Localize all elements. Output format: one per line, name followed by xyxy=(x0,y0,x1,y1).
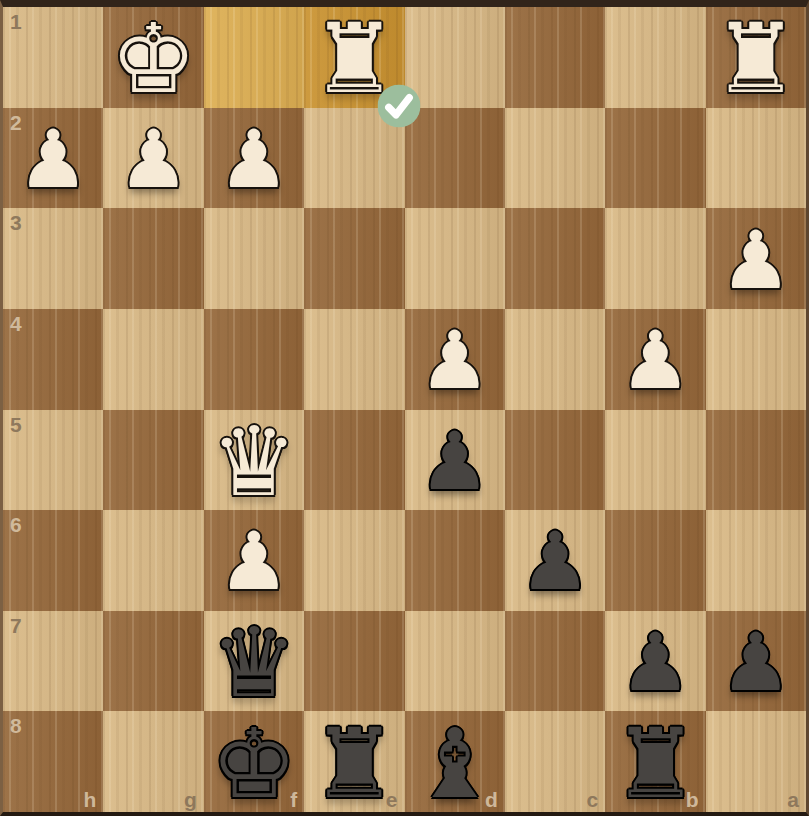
white-king-glyph: ♚ xyxy=(111,11,197,107)
square-d4[interactable]: ♟ xyxy=(405,309,505,410)
white-pawn-glyph: ♟ xyxy=(118,120,190,200)
square-e4[interactable] xyxy=(304,309,404,410)
square-a7[interactable]: ♟ xyxy=(706,611,806,712)
rank-label-1: 1 xyxy=(10,11,22,32)
rank-label-8: 8 xyxy=(10,715,22,736)
square-a5[interactable] xyxy=(706,410,806,511)
black-queen[interactable]: ♛ xyxy=(204,613,304,714)
square-e1[interactable]: ♜ xyxy=(304,7,404,108)
square-e5[interactable] xyxy=(304,410,404,511)
white-rook-glyph: ♜ xyxy=(713,11,799,107)
square-d1[interactable] xyxy=(405,7,505,108)
white-pawn[interactable]: ♟ xyxy=(706,210,806,311)
white-pawn-glyph: ♟ xyxy=(620,321,692,401)
black-pawn[interactable]: ♟ xyxy=(605,613,705,714)
square-f1[interactable] xyxy=(204,7,304,108)
white-pawn-glyph: ♟ xyxy=(419,321,491,401)
black-pawn-glyph: ♟ xyxy=(419,422,491,502)
black-pawn[interactable]: ♟ xyxy=(706,613,806,714)
square-e7[interactable] xyxy=(304,611,404,712)
white-pawn-glyph: ♟ xyxy=(720,221,792,301)
square-d2[interactable] xyxy=(405,108,505,209)
square-f5[interactable]: ♛ xyxy=(204,410,304,511)
square-h4[interactable]: 4 xyxy=(3,309,103,410)
square-a6[interactable] xyxy=(706,510,806,611)
square-f8[interactable]: f♚ xyxy=(204,711,304,812)
square-c7[interactable] xyxy=(505,611,605,712)
black-king[interactable]: ♚ xyxy=(204,713,304,814)
white-rook[interactable]: ♜ xyxy=(706,9,806,110)
square-a8[interactable]: a xyxy=(706,711,806,812)
black-rook-glyph: ♜ xyxy=(311,716,397,812)
square-a2[interactable] xyxy=(706,108,806,209)
white-queen-glyph: ♛ xyxy=(211,414,297,510)
square-h7[interactable]: 7 xyxy=(3,611,103,712)
black-king-glyph: ♚ xyxy=(211,716,297,812)
black-rook[interactable]: ♜ xyxy=(605,713,705,814)
white-pawn-glyph: ♟ xyxy=(17,120,89,200)
square-b8[interactable]: b♜ xyxy=(605,711,705,812)
file-label-c: c xyxy=(587,789,599,810)
square-h8[interactable]: 8h xyxy=(3,711,103,812)
square-f7[interactable]: ♛ xyxy=(204,611,304,712)
square-h6[interactable]: 6 xyxy=(3,510,103,611)
white-pawn[interactable]: ♟ xyxy=(605,311,705,412)
file-label-a: a xyxy=(787,789,799,810)
white-pawn[interactable]: ♟ xyxy=(3,110,103,211)
black-rook-glyph: ♜ xyxy=(612,716,698,812)
square-d8[interactable]: d♝ xyxy=(405,711,505,812)
square-f6[interactable]: ♟ xyxy=(204,510,304,611)
black-bishop[interactable]: ♝ xyxy=(405,713,505,814)
square-d6[interactable] xyxy=(405,510,505,611)
square-c6[interactable]: ♟ xyxy=(505,510,605,611)
white-king[interactable]: ♚ xyxy=(103,9,203,110)
square-e6[interactable] xyxy=(304,510,404,611)
rank-label-4: 4 xyxy=(10,313,22,334)
square-h2[interactable]: 2♟ xyxy=(3,108,103,209)
square-g2[interactable]: ♟ xyxy=(103,108,203,209)
white-pawn[interactable]: ♟ xyxy=(103,110,203,211)
white-queen[interactable]: ♛ xyxy=(204,412,304,513)
white-pawn[interactable]: ♟ xyxy=(204,512,304,613)
white-rook[interactable]: ♜ xyxy=(304,9,404,110)
file-label-h: h xyxy=(84,789,97,810)
rank-label-3: 3 xyxy=(10,212,22,233)
square-b3[interactable] xyxy=(605,208,705,309)
square-h1[interactable]: 1 xyxy=(3,7,103,108)
square-c5[interactable] xyxy=(505,410,605,511)
square-d5[interactable]: ♟ xyxy=(405,410,505,511)
square-g1[interactable]: ♚ xyxy=(103,7,203,108)
file-label-g: g xyxy=(184,789,197,810)
square-b4[interactable]: ♟ xyxy=(605,309,705,410)
square-h3[interactable]: 3 xyxy=(3,208,103,309)
square-d7[interactable] xyxy=(405,611,505,712)
rank-label-7: 7 xyxy=(10,615,22,636)
black-rook[interactable]: ♜ xyxy=(304,713,404,814)
square-c2[interactable] xyxy=(505,108,605,209)
black-bishop-glyph: ♝ xyxy=(412,716,498,812)
square-h5[interactable]: 5 xyxy=(3,410,103,511)
square-a1[interactable]: ♜ xyxy=(706,7,806,108)
square-d3[interactable] xyxy=(405,208,505,309)
rank-label-6: 6 xyxy=(10,514,22,535)
square-e8[interactable]: e♜ xyxy=(304,711,404,812)
square-c1[interactable] xyxy=(505,7,605,108)
square-c4[interactable] xyxy=(505,309,605,410)
black-pawn-glyph: ♟ xyxy=(620,623,692,703)
rank-label-5: 5 xyxy=(10,414,22,435)
white-rook-glyph: ♜ xyxy=(311,11,397,107)
square-f2[interactable]: ♟ xyxy=(204,108,304,209)
board-frame: 1♚♜♜2♟♟♟3♟4♟♟5♛♟6♟♟7♛♟♟8hgf♚e♜d♝cb♜a xyxy=(0,0,809,816)
square-e3[interactable] xyxy=(304,208,404,309)
black-queen-glyph: ♛ xyxy=(211,615,297,711)
square-c8[interactable]: c xyxy=(505,711,605,812)
square-g6[interactable] xyxy=(103,510,203,611)
square-g4[interactable] xyxy=(103,309,203,410)
square-b7[interactable]: ♟ xyxy=(605,611,705,712)
square-c3[interactable] xyxy=(505,208,605,309)
square-b1[interactable] xyxy=(605,7,705,108)
white-pawn-glyph: ♟ xyxy=(218,522,290,602)
square-a4[interactable] xyxy=(706,309,806,410)
square-b6[interactable] xyxy=(605,510,705,611)
square-e2[interactable] xyxy=(304,108,404,209)
square-f4[interactable] xyxy=(204,309,304,410)
square-f3[interactable] xyxy=(204,208,304,309)
square-b2[interactable] xyxy=(605,108,705,209)
white-pawn[interactable]: ♟ xyxy=(405,311,505,412)
chess-board: 1♚♜♜2♟♟♟3♟4♟♟5♛♟6♟♟7♛♟♟8hgf♚e♜d♝cb♜a xyxy=(3,7,806,812)
square-g8[interactable]: g xyxy=(103,711,203,812)
square-g3[interactable] xyxy=(103,208,203,309)
chess-app-stage: 1♚♜♜2♟♟♟3♟4♟♟5♛♟6♟♟7♛♟♟8hgf♚e♜d♝cb♜a xyxy=(0,0,809,816)
black-pawn[interactable]: ♟ xyxy=(505,512,605,613)
black-pawn[interactable]: ♟ xyxy=(405,412,505,513)
black-pawn-glyph: ♟ xyxy=(519,522,591,602)
square-g7[interactable] xyxy=(103,611,203,712)
white-pawn-glyph: ♟ xyxy=(218,120,290,200)
square-a3[interactable]: ♟ xyxy=(706,208,806,309)
square-g5[interactable] xyxy=(103,410,203,511)
black-pawn-glyph: ♟ xyxy=(720,623,792,703)
square-b5[interactable] xyxy=(605,410,705,511)
white-pawn[interactable]: ♟ xyxy=(204,110,304,211)
